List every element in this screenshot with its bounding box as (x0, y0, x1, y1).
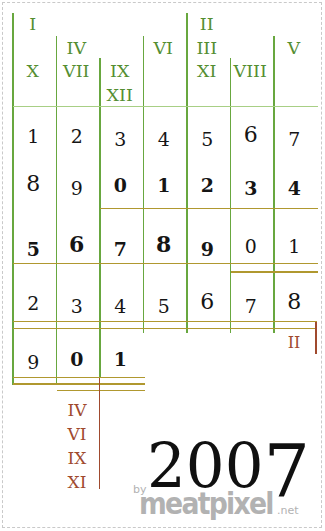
month-start-grid-line (143, 36, 145, 333)
feb-end-label: II (288, 333, 301, 352)
day-digit-r3-c5: 9 (201, 232, 214, 258)
month-label-II: II (200, 14, 214, 34)
month-label-III: III (196, 38, 217, 58)
month-label-X: X (27, 61, 39, 81)
month-end-line (99, 378, 101, 490)
month-length-line (13, 383, 145, 385)
day-digit-r4-c2: 3 (71, 290, 83, 315)
day-digit-r2-c1: 8 (26, 172, 40, 197)
month-label-V: V (287, 38, 300, 58)
month-label-VI: VI (153, 38, 173, 58)
month-start-grid-line (186, 13, 188, 333)
day-digit-r5-c1: 9 (27, 345, 39, 370)
month-start-grid-line (230, 58, 232, 333)
month-label-XII: XII (107, 85, 133, 105)
day-digit-r3-c3: 7 (114, 232, 127, 258)
month-length-line (231, 271, 319, 273)
day-digit-r2-c4: 1 (157, 171, 170, 197)
day-digit-r2-c7: 4 (288, 171, 301, 197)
month-label-VIII: VIII (234, 61, 267, 81)
thirty-day-month-label-IX: IX (68, 448, 87, 468)
month-label-VII: VII (63, 61, 89, 81)
day-digit-r1-c5: 5 (201, 123, 213, 148)
thirty-day-month-label-VI: VI (68, 424, 87, 444)
day-digit-r1-c4: 4 (158, 123, 170, 148)
thirty-day-month-label-XI: XI (68, 472, 87, 492)
day-digit-r3-c4: 8 (156, 232, 171, 258)
month-end-line (315, 322, 317, 354)
day-digit-r1-c3: 3 (114, 123, 126, 148)
month-length-line (57, 390, 146, 392)
day-digit-r4-c3: 4 (114, 290, 126, 315)
day-digit-r2-c3: 0 (114, 171, 127, 197)
day-digit-r1-c6: 6 (244, 123, 258, 148)
day-digit-r3-c7: 1 (288, 233, 300, 258)
month-label-IX: IX (110, 61, 129, 81)
brand-meatpixel: meatpixel (139, 488, 273, 519)
day-digit-r3-c6: 0 (245, 233, 257, 258)
month-label-XI: XI (197, 61, 216, 81)
compact-calendar-2007: IXIVVIIIXXIIVIIIIIIXIVIIIV12345678901234… (0, 0, 325, 531)
brand-tld: .net (277, 504, 299, 517)
day-digit-r2-c5: 2 (201, 171, 214, 197)
day-digit-r4-c5: 6 (200, 290, 214, 315)
header-separator-line (13, 106, 318, 107)
month-start-grid-line (273, 36, 275, 333)
month-length-line (13, 328, 317, 330)
month-length-line (100, 208, 318, 210)
day-digit-r4-c1: 2 (27, 290, 39, 315)
day-digit-r5-c2: 0 (70, 345, 83, 371)
month-length-line (13, 377, 145, 379)
day-digit-r3-c2: 6 (69, 232, 84, 258)
day-digit-r2-c6: 3 (244, 171, 257, 197)
month-start-grid-line (56, 36, 58, 385)
day-digit-r5-c3: 1 (114, 345, 127, 371)
month-label-IV: IV (66, 38, 86, 58)
day-digit-r3-c1: 5 (27, 232, 40, 258)
day-digit-r1-c7: 7 (288, 123, 300, 148)
day-digit-r4-c7: 8 (287, 290, 301, 315)
month-length-line (13, 321, 317, 323)
day-digit-r1-c2: 2 (71, 123, 83, 148)
day-digit-r4-c4: 5 (158, 290, 170, 315)
month-length-line (13, 263, 318, 265)
month-label-I: I (29, 14, 36, 34)
thirty-day-month-label-IV: IV (68, 400, 87, 420)
day-digit-r2-c2: 9 (71, 172, 83, 197)
day-digit-r1-c1: 1 (27, 123, 39, 148)
day-digit-r4-c6: 7 (245, 290, 257, 315)
